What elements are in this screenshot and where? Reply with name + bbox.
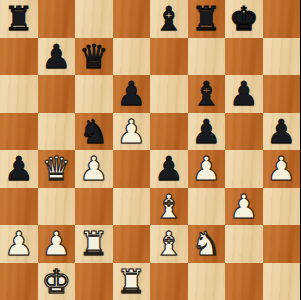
piece-black-rook[interactable]: ♜ bbox=[4, 0, 34, 38]
square-e8[interactable]: ♝ bbox=[150, 0, 188, 38]
square-e4[interactable]: ♟ bbox=[150, 150, 188, 188]
piece-black-pawn[interactable]: ♟ bbox=[116, 75, 146, 113]
square-f4[interactable]: ♟ bbox=[188, 150, 226, 188]
square-a7[interactable] bbox=[0, 38, 38, 76]
square-b5[interactable] bbox=[38, 113, 76, 151]
square-c5[interactable]: ♞ bbox=[75, 113, 113, 151]
piece-black-queen[interactable]: ♛ bbox=[79, 38, 109, 76]
square-b8[interactable] bbox=[38, 0, 76, 38]
piece-white-pawn[interactable]: ♟ bbox=[266, 150, 296, 188]
square-h2[interactable] bbox=[263, 225, 301, 263]
square-d4[interactable] bbox=[113, 150, 151, 188]
square-d5[interactable]: ♟ bbox=[113, 113, 151, 151]
square-d8[interactable] bbox=[113, 0, 151, 38]
square-e6[interactable] bbox=[150, 75, 188, 113]
piece-black-bishop[interactable]: ♝ bbox=[191, 75, 221, 113]
piece-black-king[interactable]: ♚ bbox=[229, 0, 259, 38]
square-h1[interactable] bbox=[263, 263, 301, 300]
piece-white-knight[interactable]: ♞ bbox=[191, 225, 221, 263]
square-g2[interactable] bbox=[225, 225, 263, 263]
piece-white-rook[interactable]: ♜ bbox=[79, 225, 109, 263]
square-g8[interactable]: ♚ bbox=[225, 0, 263, 38]
piece-black-pawn[interactable]: ♟ bbox=[229, 75, 259, 113]
square-c8[interactable] bbox=[75, 0, 113, 38]
piece-white-pawn[interactable]: ♟ bbox=[116, 113, 146, 151]
chess-board: ♜♝♜♚♟♛♟♝♟♞♟♟♟♟♛♟♟♟♟♝♟♟♟♜♝♞♚♜ bbox=[0, 0, 300, 300]
square-d1[interactable]: ♜ bbox=[113, 263, 151, 300]
square-c2[interactable]: ♜ bbox=[75, 225, 113, 263]
square-e1[interactable] bbox=[150, 263, 188, 300]
square-f6[interactable]: ♝ bbox=[188, 75, 226, 113]
square-a1[interactable] bbox=[0, 263, 38, 300]
square-h8[interactable] bbox=[263, 0, 301, 38]
piece-black-pawn[interactable]: ♟ bbox=[154, 150, 184, 188]
square-g1[interactable] bbox=[225, 263, 263, 300]
piece-white-pawn[interactable]: ♟ bbox=[41, 225, 71, 263]
square-f5[interactable]: ♟ bbox=[188, 113, 226, 151]
square-a4[interactable]: ♟ bbox=[0, 150, 38, 188]
piece-white-king[interactable]: ♚ bbox=[41, 263, 71, 300]
square-g6[interactable]: ♟ bbox=[225, 75, 263, 113]
square-a2[interactable]: ♟ bbox=[0, 225, 38, 263]
square-h5[interactable]: ♟ bbox=[263, 113, 301, 151]
square-a5[interactable] bbox=[0, 113, 38, 151]
piece-white-bishop[interactable]: ♝ bbox=[154, 188, 184, 226]
square-h3[interactable] bbox=[263, 188, 301, 226]
square-g4[interactable] bbox=[225, 150, 263, 188]
square-g7[interactable] bbox=[225, 38, 263, 76]
piece-white-bishop[interactable]: ♝ bbox=[154, 225, 184, 263]
square-b1[interactable]: ♚ bbox=[38, 263, 76, 300]
square-d7[interactable] bbox=[113, 38, 151, 76]
square-e2[interactable]: ♝ bbox=[150, 225, 188, 263]
square-b2[interactable]: ♟ bbox=[38, 225, 76, 263]
square-h6[interactable] bbox=[263, 75, 301, 113]
piece-black-pawn[interactable]: ♟ bbox=[4, 150, 34, 188]
square-h4[interactable]: ♟ bbox=[263, 150, 301, 188]
square-c6[interactable] bbox=[75, 75, 113, 113]
piece-white-pawn[interactable]: ♟ bbox=[191, 150, 221, 188]
square-f3[interactable] bbox=[188, 188, 226, 226]
square-b7[interactable]: ♟ bbox=[38, 38, 76, 76]
square-b6[interactable] bbox=[38, 75, 76, 113]
square-a3[interactable] bbox=[0, 188, 38, 226]
piece-white-pawn[interactable]: ♟ bbox=[229, 188, 259, 226]
square-f1[interactable] bbox=[188, 263, 226, 300]
piece-white-pawn[interactable]: ♟ bbox=[4, 225, 34, 263]
square-e3[interactable]: ♝ bbox=[150, 188, 188, 226]
piece-black-pawn[interactable]: ♟ bbox=[41, 38, 71, 76]
square-b3[interactable] bbox=[38, 188, 76, 226]
square-h7[interactable] bbox=[263, 38, 301, 76]
square-g3[interactable]: ♟ bbox=[225, 188, 263, 226]
piece-black-pawn[interactable]: ♟ bbox=[266, 113, 296, 151]
square-f2[interactable]: ♞ bbox=[188, 225, 226, 263]
square-g5[interactable] bbox=[225, 113, 263, 151]
square-c7[interactable]: ♛ bbox=[75, 38, 113, 76]
square-c4[interactable]: ♟ bbox=[75, 150, 113, 188]
square-d2[interactable] bbox=[113, 225, 151, 263]
piece-black-bishop[interactable]: ♝ bbox=[154, 0, 184, 38]
square-e7[interactable] bbox=[150, 38, 188, 76]
square-d3[interactable] bbox=[113, 188, 151, 226]
square-a6[interactable] bbox=[0, 75, 38, 113]
square-f8[interactable]: ♜ bbox=[188, 0, 226, 38]
piece-white-rook[interactable]: ♜ bbox=[116, 263, 146, 300]
square-a8[interactable]: ♜ bbox=[0, 0, 38, 38]
square-b4[interactable]: ♛ bbox=[38, 150, 76, 188]
piece-white-pawn[interactable]: ♟ bbox=[79, 150, 109, 188]
piece-black-pawn[interactable]: ♟ bbox=[191, 113, 221, 151]
square-c3[interactable] bbox=[75, 188, 113, 226]
square-e5[interactable] bbox=[150, 113, 188, 151]
square-d6[interactable]: ♟ bbox=[113, 75, 151, 113]
square-f7[interactable] bbox=[188, 38, 226, 76]
square-c1[interactable] bbox=[75, 263, 113, 300]
piece-white-queen[interactable]: ♛ bbox=[41, 150, 71, 188]
piece-black-knight[interactable]: ♞ bbox=[79, 113, 109, 151]
piece-black-rook[interactable]: ♜ bbox=[191, 0, 221, 38]
